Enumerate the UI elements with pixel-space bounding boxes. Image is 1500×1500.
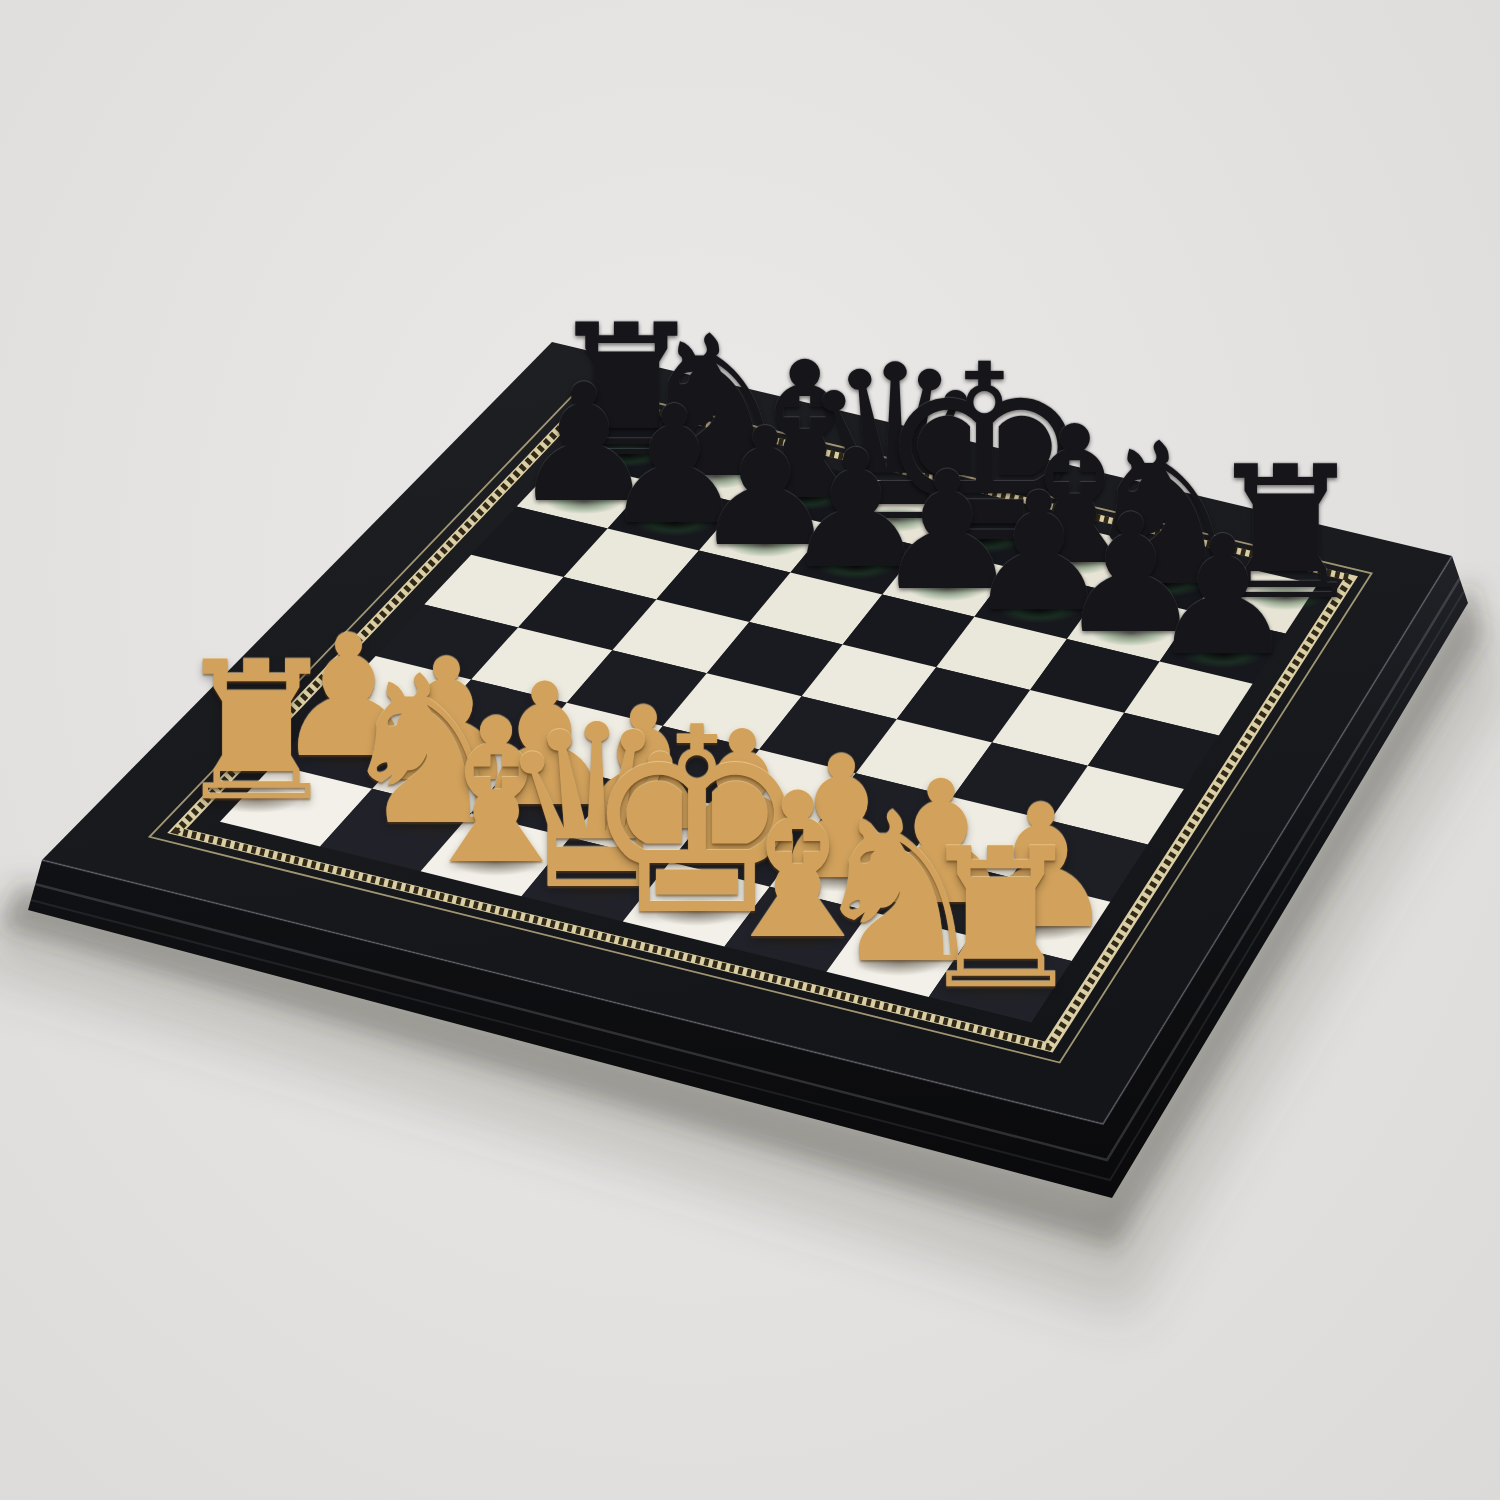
piece-black-pawn[interactable]: ♟ (1141, 515, 1305, 679)
piece-white-rook[interactable]: ♜ (904, 823, 1097, 1016)
photo-scene: ♜♞♝♛♚♝♞♜♟♟♟♟♟♟♟♟♟♟♟♟♟♟♟♟♜♞♝♛♚♝♞♜ (0, 0, 1500, 1500)
